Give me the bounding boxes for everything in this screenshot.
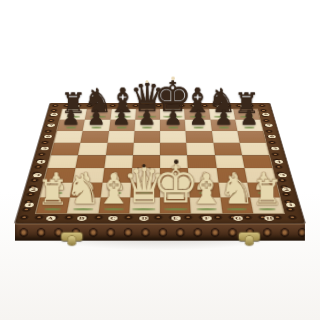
black-pawn-glyph: ♟ bbox=[61, 108, 80, 129]
white-knight-glyph: ♞ bbox=[219, 169, 255, 210]
black-pawn-glyph: ♟ bbox=[112, 108, 131, 129]
file-label-bottom-C: C bbox=[108, 216, 118, 221]
chess-board: AA88BB77CC66DD55EE44FF33GG22HH11 ♜♞♝♛♚♝♞… bbox=[15, 103, 305, 223]
rank-label-right-1: 1 bbox=[286, 203, 296, 208]
file-label-bottom-D: D bbox=[140, 216, 149, 221]
rank-label-left-8: 8 bbox=[50, 113, 58, 116]
file-label-bottom-E: E bbox=[171, 216, 180, 221]
file-label-top-G: G bbox=[217, 105, 225, 108]
file-label-bottom-B: B bbox=[77, 216, 87, 221]
product-photo-scene: AA88BB77CC66DD55EE44FF33GG22HH11 ♜♞♝♛♚♝♞… bbox=[0, 0, 320, 320]
file-label-top-E: E bbox=[168, 105, 175, 108]
rank-label-right-4: 4 bbox=[274, 160, 283, 164]
black-pawn-glyph: ♟ bbox=[87, 108, 106, 129]
rank-label-left-1: 1 bbox=[24, 203, 34, 208]
file-label-bottom-G: G bbox=[233, 216, 243, 221]
black-pawn-glyph: ♟ bbox=[215, 108, 234, 129]
board-front-edge bbox=[15, 223, 305, 240]
black-pawn-glyph: ♟ bbox=[189, 108, 208, 129]
white-rook-glyph: ♜ bbox=[37, 175, 68, 210]
brass-clasp-left bbox=[61, 233, 82, 241]
black-pawn-glyph: ♟ bbox=[240, 108, 259, 129]
file-label-top-F: F bbox=[193, 105, 200, 108]
pieces-layer: ♜♞♝♛♚♝♞♜♟♟♟♟♟♟♟♟♟♟♟♟♟♟♟♟♜♞♝♛♚♝♞♜ bbox=[36, 109, 284, 213]
rank-label-right-5: 5 bbox=[271, 147, 280, 151]
rank-label-right-8: 8 bbox=[262, 113, 270, 116]
file-label-bottom-H: H bbox=[264, 216, 274, 221]
rank-label-left-7: 7 bbox=[47, 124, 55, 127]
white-rook-glyph: ♜ bbox=[252, 175, 283, 210]
rank-label-left-6: 6 bbox=[44, 135, 53, 138]
black-pawn-glyph: ♟ bbox=[138, 108, 157, 129]
black-pawn-glyph: ♟ bbox=[164, 108, 183, 129]
rank-label-right-6: 6 bbox=[268, 135, 277, 138]
rank-label-left-5: 5 bbox=[40, 147, 49, 151]
file-label-bottom-A: A bbox=[45, 216, 55, 221]
rank-label-right-2: 2 bbox=[282, 188, 292, 192]
file-label-bottom-F: F bbox=[202, 216, 212, 221]
rank-label-right-7: 7 bbox=[265, 124, 273, 127]
rank-label-left-4: 4 bbox=[37, 160, 46, 164]
file-label-top-H: H bbox=[241, 105, 249, 108]
brass-clasp-right bbox=[238, 233, 259, 241]
